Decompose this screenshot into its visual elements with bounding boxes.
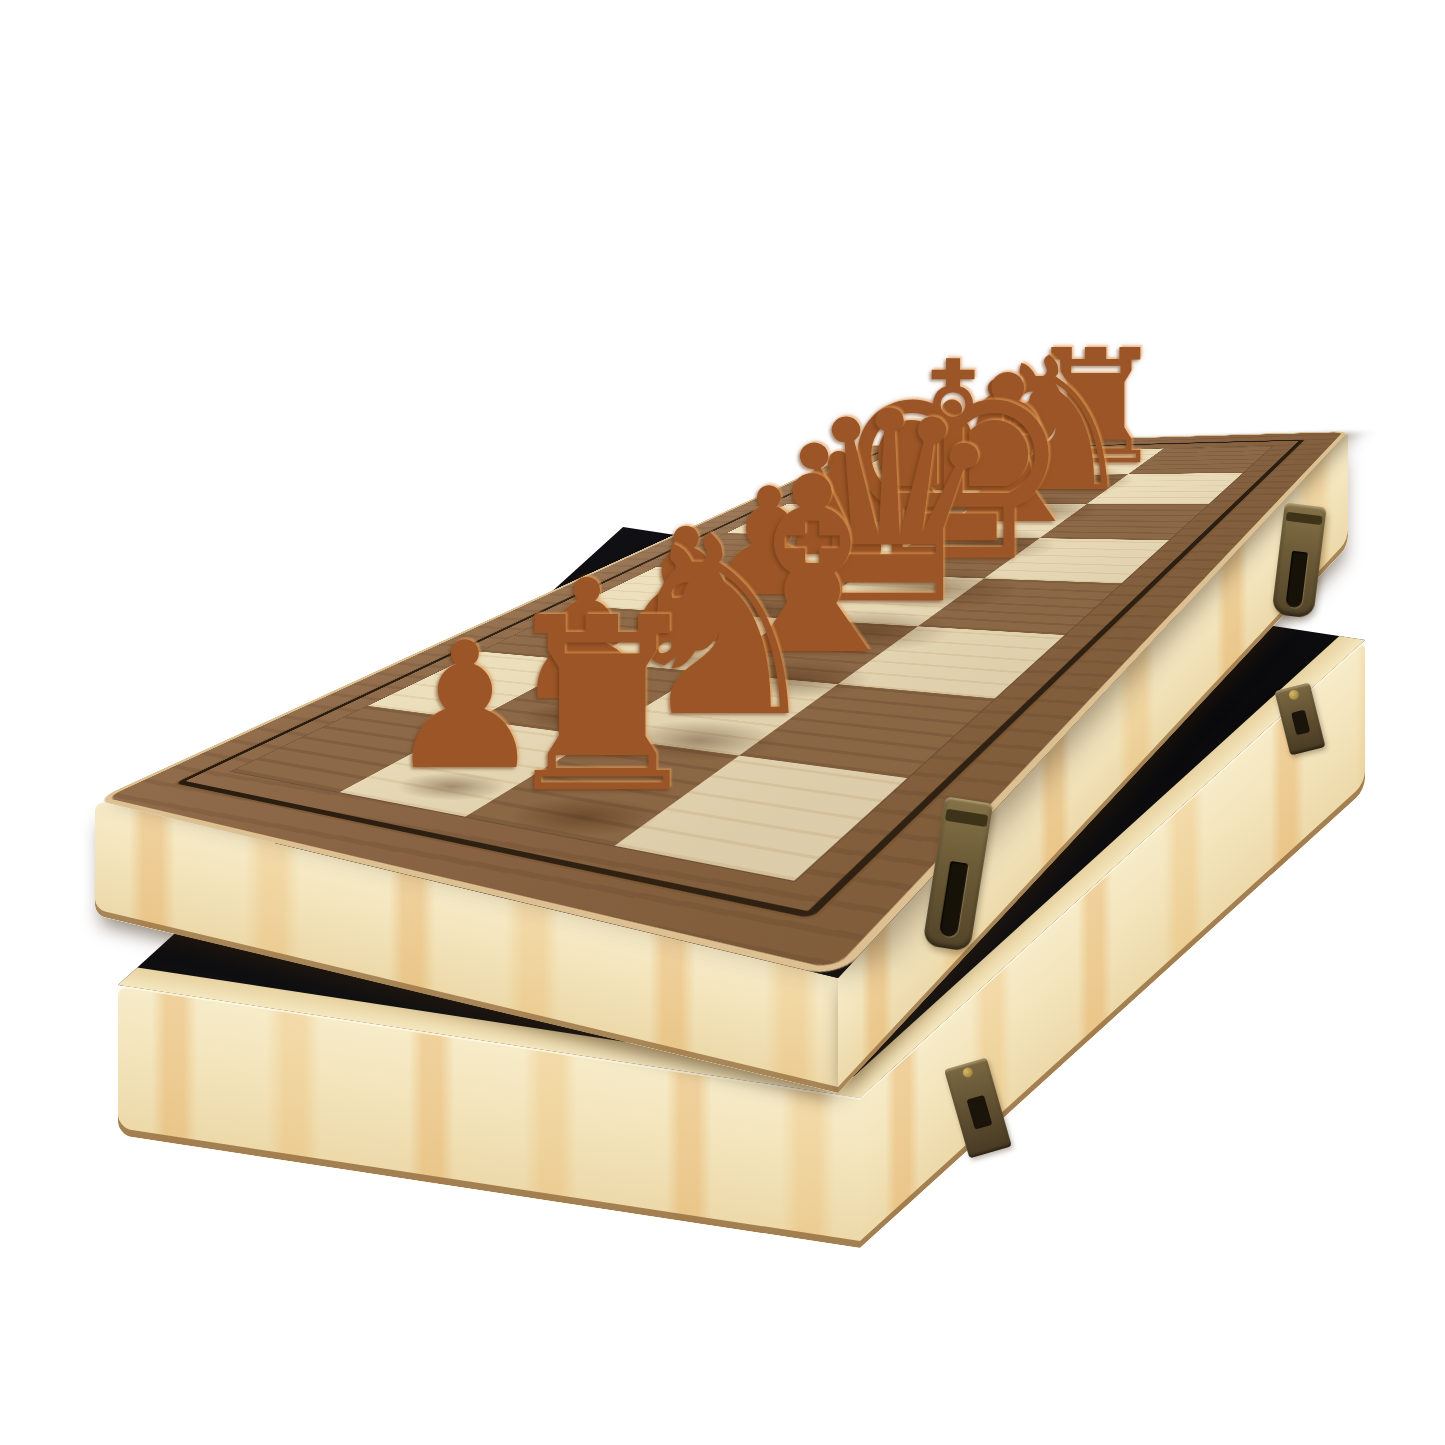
hasp-pivot	[945, 809, 989, 827]
product-scene: ♟ ♟ ♟ ♟ ♟ ♟ ♟ ♟ ♜ ♞ ♝ ♛ ♚ ♝ ♞ ♜	[0, 0, 1445, 1445]
hasp-slot	[1285, 551, 1308, 609]
hasp-pivot	[1285, 512, 1323, 525]
chess-piece-rook: ♜	[494, 586, 709, 826]
hasp-slot	[939, 861, 969, 938]
